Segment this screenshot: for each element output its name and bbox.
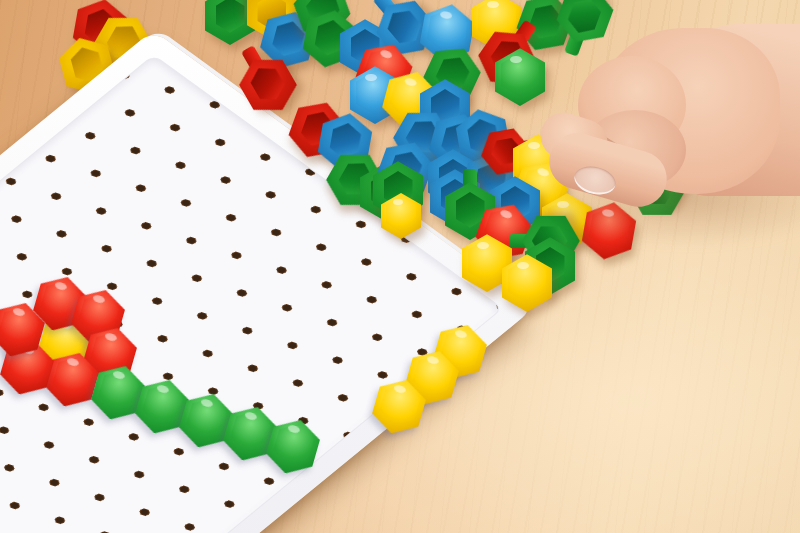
- index-finger-knuckle: [578, 56, 686, 154]
- peg-green-up[interactable]: [495, 48, 545, 106]
- peg-hex-body: [495, 48, 545, 106]
- photo-scene: [0, 0, 800, 533]
- peg-yellow-up[interactable]: [502, 254, 552, 312]
- peg-yellow-up[interactable]: [381, 193, 421, 239]
- peg-hex-body: [381, 193, 421, 239]
- peg-hex-body: [502, 254, 552, 312]
